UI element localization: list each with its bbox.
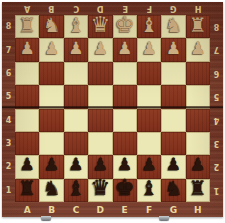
square-e3[interactable] — [113, 132, 137, 155]
black-bishop-f1[interactable]: ♝ — [140, 178, 158, 198]
rank-label-3: 3 — [2, 132, 15, 155]
white-knight-g8[interactable]: ♞ — [164, 15, 182, 35]
square-e8[interactable]: ♚ — [113, 15, 137, 38]
file-label-d: D — [88, 202, 112, 217]
metal-latch-icon — [41, 216, 51, 221]
square-h7[interactable]: ♟ — [186, 38, 210, 61]
square-a1[interactable]: ♜ — [15, 179, 39, 202]
black-rook-a1[interactable]: ♜ — [18, 178, 36, 198]
square-e6[interactable] — [113, 62, 137, 85]
white-king-e8[interactable]: ♚ — [115, 14, 135, 36]
rank-label-3: 3 — [210, 132, 223, 155]
metal-latch-icon — [159, 216, 169, 221]
square-a7[interactable]: ♟ — [15, 38, 39, 61]
square-h2[interactable]: ♟ — [186, 155, 210, 178]
square-d5[interactable] — [88, 85, 112, 108]
square-d3[interactable] — [88, 132, 112, 155]
file-label-c: C — [64, 202, 88, 217]
square-a6[interactable] — [15, 62, 39, 85]
rank-label-1: 1 — [2, 179, 15, 202]
rank-label-2: 2 — [2, 155, 15, 178]
rank-label-8: 8 — [210, 15, 223, 38]
rank-label-1: 1 — [210, 179, 223, 202]
square-a4[interactable] — [15, 109, 39, 132]
square-b5[interactable] — [39, 85, 63, 108]
square-e4[interactable] — [113, 109, 137, 132]
black-pawn-g2[interactable]: ♟ — [166, 156, 181, 173]
rank-label-5: 5 — [2, 85, 15, 108]
rank-label-5: 5 — [210, 85, 223, 108]
square-f1[interactable]: ♝ — [137, 179, 161, 202]
white-pawn-e7[interactable]: ♟ — [117, 40, 132, 57]
coords-bottom-files: ABCDEFGH — [15, 202, 210, 217]
square-h6[interactable] — [186, 62, 210, 85]
square-e1[interactable]: ♚ — [113, 179, 137, 202]
square-a3[interactable] — [15, 132, 39, 155]
white-pawn-f7[interactable]: ♟ — [141, 40, 156, 57]
black-pawn-a2[interactable]: ♟ — [20, 156, 35, 173]
black-bishop-c1[interactable]: ♝ — [67, 178, 85, 198]
square-h4[interactable] — [186, 109, 210, 132]
file-label-a: A — [15, 202, 39, 217]
square-f3[interactable] — [137, 132, 161, 155]
square-h8[interactable]: ♜ — [186, 15, 210, 38]
square-c6[interactable] — [64, 62, 88, 85]
rank-label-6: 6 — [2, 62, 15, 85]
chess-board-photo: ABCDEFGH ABCDEFGH 87654321 87654321 ♜♞♝♛… — [0, 0, 225, 223]
rank-label-4: 4 — [210, 109, 223, 132]
square-e5[interactable] — [113, 85, 137, 108]
square-b3[interactable] — [39, 132, 63, 155]
square-b2[interactable]: ♟ — [39, 155, 63, 178]
black-rook-h1[interactable]: ♜ — [189, 178, 207, 198]
black-pawn-e2[interactable]: ♟ — [117, 156, 132, 173]
file-label-g: G — [161, 202, 185, 217]
rank-label-7: 7 — [2, 38, 15, 61]
square-b1[interactable]: ♞ — [39, 179, 63, 202]
square-e7[interactable]: ♟ — [113, 38, 137, 61]
file-label-f: F — [137, 202, 161, 217]
square-b4[interactable] — [39, 109, 63, 132]
square-c8[interactable]: ♝ — [64, 15, 88, 38]
square-d8[interactable]: ♛ — [88, 15, 112, 38]
white-pawn-a7[interactable]: ♟ — [20, 40, 35, 57]
square-g7[interactable]: ♟ — [161, 38, 185, 61]
square-b8[interactable]: ♞ — [39, 15, 63, 38]
white-queen-d8[interactable]: ♛ — [90, 14, 110, 36]
black-queen-d1[interactable]: ♛ — [90, 177, 110, 199]
square-g6[interactable] — [161, 62, 185, 85]
black-pawn-b2[interactable]: ♟ — [44, 156, 59, 173]
white-pawn-d7[interactable]: ♟ — [93, 40, 108, 57]
square-f2[interactable]: ♟ — [137, 155, 161, 178]
white-knight-b8[interactable]: ♞ — [43, 15, 61, 35]
rank-label-7: 7 — [210, 38, 223, 61]
file-label-h: H — [186, 202, 210, 217]
square-h5[interactable] — [186, 85, 210, 108]
square-c1[interactable]: ♝ — [64, 179, 88, 202]
square-f5[interactable] — [137, 85, 161, 108]
black-king-e1[interactable]: ♚ — [115, 177, 135, 199]
black-pawn-d2[interactable]: ♟ — [93, 156, 108, 173]
square-d1[interactable]: ♛ — [88, 179, 112, 202]
square-a8[interactable]: ♜ — [15, 15, 39, 38]
square-f7[interactable]: ♟ — [137, 38, 161, 61]
square-g8[interactable]: ♞ — [161, 15, 185, 38]
square-f6[interactable] — [137, 62, 161, 85]
square-c5[interactable] — [64, 85, 88, 108]
square-g4[interactable] — [161, 109, 185, 132]
square-h1[interactable]: ♜ — [186, 179, 210, 202]
white-pawn-g7[interactable]: ♟ — [166, 40, 181, 57]
square-h3[interactable] — [186, 132, 210, 155]
square-g2[interactable]: ♟ — [161, 155, 185, 178]
square-g5[interactable] — [161, 85, 185, 108]
square-f8[interactable]: ♝ — [137, 15, 161, 38]
white-rook-h8[interactable]: ♜ — [189, 15, 207, 35]
white-pawn-b7[interactable]: ♟ — [44, 40, 59, 57]
white-pawn-c7[interactable]: ♟ — [68, 40, 83, 57]
white-bishop-f8[interactable]: ♝ — [140, 15, 158, 35]
white-bishop-c8[interactable]: ♝ — [67, 15, 85, 35]
black-pawn-f2[interactable]: ♟ — [141, 156, 156, 173]
rank-label-6: 6 — [210, 62, 223, 85]
square-d7[interactable]: ♟ — [88, 38, 112, 61]
black-pawn-c2[interactable]: ♟ — [68, 156, 83, 173]
square-c4[interactable] — [64, 109, 88, 132]
square-d6[interactable] — [88, 62, 112, 85]
rank-label-2: 2 — [210, 155, 223, 178]
black-knight-b1[interactable]: ♞ — [43, 178, 61, 198]
black-knight-g1[interactable]: ♞ — [164, 178, 182, 198]
rank-label-4: 4 — [2, 109, 15, 132]
board-frame: ABCDEFGH ABCDEFGH 87654321 87654321 ♜♞♝♛… — [2, 2, 223, 217]
square-g3[interactable] — [161, 132, 185, 155]
black-pawn-h2[interactable]: ♟ — [190, 156, 205, 173]
square-b6[interactable] — [39, 62, 63, 85]
square-d4[interactable] — [88, 109, 112, 132]
square-a2[interactable]: ♟ — [15, 155, 39, 178]
square-c2[interactable]: ♟ — [64, 155, 88, 178]
white-rook-a8[interactable]: ♜ — [18, 15, 36, 35]
square-f4[interactable] — [137, 109, 161, 132]
square-g1[interactable]: ♞ — [161, 179, 185, 202]
file-label-e: E — [113, 202, 137, 217]
white-pawn-h7[interactable]: ♟ — [190, 40, 205, 57]
file-label-b: B — [39, 202, 63, 217]
fold-seam — [2, 106, 223, 109]
square-b7[interactable]: ♟ — [39, 38, 63, 61]
square-c7[interactable]: ♟ — [64, 38, 88, 61]
square-a5[interactable] — [15, 85, 39, 108]
square-c3[interactable] — [64, 132, 88, 155]
rank-label-8: 8 — [2, 15, 15, 38]
